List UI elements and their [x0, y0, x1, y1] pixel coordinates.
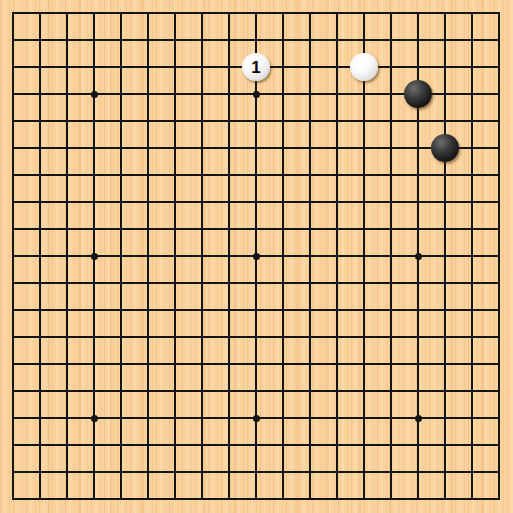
star-point	[91, 91, 98, 98]
go-board[interactable]: 1	[0, 0, 513, 513]
stone-white-n17[interactable]	[350, 53, 378, 81]
stone-black-q16[interactable]	[404, 80, 432, 108]
star-point	[253, 415, 260, 422]
move-number-label: 1	[251, 59, 260, 76]
star-point	[415, 253, 422, 260]
star-point	[91, 253, 98, 260]
stone-black-r14[interactable]	[431, 134, 459, 162]
star-point	[253, 91, 260, 98]
star-point	[253, 253, 260, 260]
stone-white-k17[interactable]: 1	[242, 53, 270, 81]
star-point	[91, 415, 98, 422]
star-point	[415, 415, 422, 422]
